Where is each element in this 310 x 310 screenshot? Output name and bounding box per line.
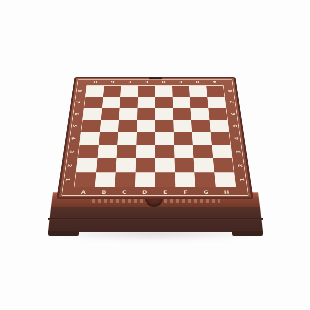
- coordinate-label: H: [87, 80, 104, 84]
- square-g2[interactable]: [194, 158, 215, 172]
- square-b5[interactable]: [100, 120, 119, 132]
- square-c6[interactable]: [119, 108, 137, 120]
- square-a7[interactable]: [84, 97, 103, 108]
- square-g8[interactable]: [189, 86, 207, 97]
- square-b8[interactable]: [103, 86, 121, 97]
- coordinate-label: A: [206, 80, 223, 84]
- square-f5[interactable]: [173, 120, 192, 132]
- square-b1[interactable]: [95, 172, 116, 187]
- square-f7[interactable]: [172, 97, 190, 108]
- square-a6[interactable]: [83, 108, 102, 120]
- coordinate-label: E: [138, 80, 155, 84]
- square-g4[interactable]: [192, 132, 212, 145]
- square-e3[interactable]: [155, 145, 174, 158]
- square-f1[interactable]: [175, 172, 196, 187]
- square-c2[interactable]: [116, 158, 136, 172]
- board-perspective-wrap: ABCDEFGH ABCDEFGH 87654321 87654321: [66, 43, 243, 220]
- square-b4[interactable]: [98, 132, 118, 145]
- square-h3[interactable]: [212, 145, 232, 158]
- square-d8[interactable]: [138, 86, 155, 97]
- square-f6[interactable]: [173, 108, 191, 120]
- square-a3[interactable]: [78, 145, 98, 158]
- square-d3[interactable]: [136, 145, 155, 158]
- square-a2[interactable]: [76, 158, 97, 172]
- square-g5[interactable]: [191, 120, 210, 132]
- square-e1[interactable]: [155, 172, 175, 187]
- square-f4[interactable]: [173, 132, 192, 145]
- square-g3[interactable]: [193, 145, 213, 158]
- coordinate-label: B: [93, 189, 114, 195]
- square-c4[interactable]: [117, 132, 136, 145]
- square-b3[interactable]: [97, 145, 117, 158]
- square-f8[interactable]: [172, 86, 190, 97]
- coordinate-label: F: [121, 80, 138, 84]
- square-b7[interactable]: [102, 97, 120, 108]
- coordinate-label: C: [172, 80, 189, 84]
- square-a5[interactable]: [81, 120, 101, 132]
- square-e6[interactable]: [155, 108, 173, 120]
- square-e2[interactable]: [155, 158, 175, 172]
- square-e5[interactable]: [155, 120, 173, 132]
- square-d2[interactable]: [135, 158, 155, 172]
- back-hinge-notch: [149, 77, 162, 80]
- square-h5[interactable]: [209, 120, 229, 132]
- coordinate-label: H: [216, 189, 237, 195]
- file-labels-bottom: ABCDEFGH: [73, 189, 237, 195]
- square-h8[interactable]: [206, 86, 224, 97]
- square-a1[interactable]: [74, 172, 95, 187]
- square-f2[interactable]: [174, 158, 194, 172]
- square-d7[interactable]: [137, 97, 155, 108]
- board-grid: [74, 85, 236, 187]
- square-a4[interactable]: [80, 132, 100, 145]
- square-h2[interactable]: [213, 158, 234, 172]
- square-h1[interactable]: [214, 172, 235, 187]
- square-c8[interactable]: [120, 86, 138, 97]
- square-d4[interactable]: [136, 132, 155, 145]
- coordinate-label: G: [104, 80, 121, 84]
- square-a8[interactable]: [86, 86, 104, 97]
- square-c5[interactable]: [118, 120, 137, 132]
- coordinate-label: E: [155, 189, 176, 195]
- square-g7[interactable]: [190, 97, 208, 108]
- coordinate-label: F: [175, 189, 196, 195]
- coordinate-label: A: [73, 189, 94, 195]
- file-labels-top: ABCDEFGH: [87, 80, 224, 84]
- square-e8[interactable]: [155, 86, 172, 97]
- product-photo-stage: ABCDEFGH ABCDEFGH 87654321 87654321: [0, 0, 310, 310]
- coordinate-label: G: [196, 189, 217, 195]
- square-b6[interactable]: [101, 108, 120, 120]
- square-d5[interactable]: [137, 120, 155, 132]
- square-g1[interactable]: [194, 172, 215, 187]
- box-foot-right: [232, 231, 263, 236]
- square-h4[interactable]: [210, 132, 230, 145]
- square-f3[interactable]: [174, 145, 194, 158]
- box-foot-left: [48, 231, 79, 236]
- coordinate-label: C: [114, 189, 135, 195]
- square-c7[interactable]: [120, 97, 138, 108]
- square-h6[interactable]: [208, 108, 227, 120]
- square-d6[interactable]: [137, 108, 155, 120]
- coordinate-label: B: [189, 80, 206, 84]
- square-e7[interactable]: [155, 97, 173, 108]
- square-d1[interactable]: [135, 172, 155, 187]
- coordinate-label: D: [155, 80, 172, 84]
- square-g6[interactable]: [190, 108, 209, 120]
- square-c1[interactable]: [115, 172, 136, 187]
- square-b2[interactable]: [96, 158, 117, 172]
- square-c3[interactable]: [116, 145, 136, 158]
- square-e4[interactable]: [155, 132, 174, 145]
- square-h7[interactable]: [207, 97, 226, 108]
- chess-board: ABCDEFGH ABCDEFGH 87654321 87654321: [57, 77, 254, 199]
- coordinate-label: D: [134, 189, 155, 195]
